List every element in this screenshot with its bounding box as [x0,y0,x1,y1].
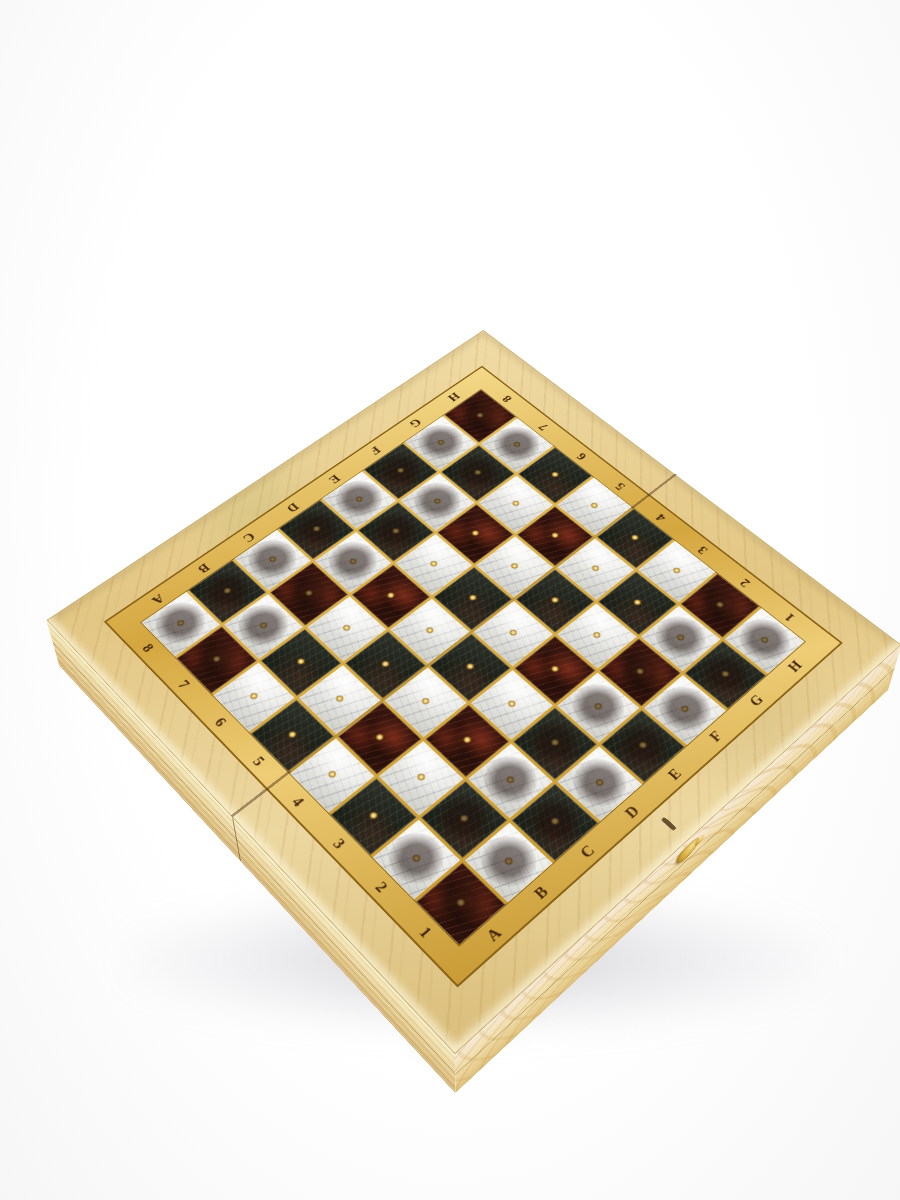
label-afile-3: 3 [330,836,348,852]
label-afile-4: 4 [289,794,307,809]
label-hfile-6: 6 [575,451,590,462]
label-rank1-F: F [707,729,725,745]
label-afile-2: 2 [372,879,390,895]
pawn-glyph: ♟ [183,560,250,666]
label-afile-1: 1 [416,924,434,941]
product-photo-scene: 87654321 87654321 HGFEDCBA HGFEDCBA ♜♟♟♜… [0,0,900,1200]
label-afile-8: 8 [140,641,157,654]
label-rank1-E: E [665,766,684,783]
label-afile-5: 5 [250,754,267,769]
label-rank1-G: G [747,693,767,710]
rook-glyph: ♜ [423,770,499,911]
label-rank1-H: H [786,659,805,675]
label-afile-7: 7 [175,678,192,692]
label-afile-6: 6 [212,715,229,729]
label-rank1-C: C [577,842,597,860]
label-rank1-A: A [483,925,504,945]
label-rank1-B: B [531,883,551,901]
label-rank1-D: D [622,803,642,821]
label-hfile-5: 5 [614,481,629,492]
